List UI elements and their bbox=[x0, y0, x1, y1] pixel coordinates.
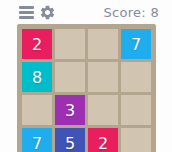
hamburger-menu-icon[interactable] bbox=[19, 6, 34, 19]
tile-7[interactable]: 7 bbox=[22, 128, 52, 152]
board-cell-empty bbox=[55, 29, 85, 59]
hamburger-bar bbox=[19, 11, 34, 14]
board-cell-empty bbox=[55, 62, 85, 92]
gear-icon[interactable] bbox=[39, 4, 56, 21]
hamburger-bar bbox=[19, 16, 34, 19]
tile-5[interactable]: 5 bbox=[55, 128, 85, 152]
board-cell-empty bbox=[121, 128, 151, 152]
board-cell-empty bbox=[88, 62, 118, 92]
tile-3[interactable]: 3 bbox=[55, 95, 85, 125]
tile-8[interactable]: 8 bbox=[22, 62, 52, 92]
board-cell-empty bbox=[121, 95, 151, 125]
tile-2[interactable]: 2 bbox=[22, 29, 52, 59]
tile-2[interactable]: 2 bbox=[88, 128, 118, 152]
board-cell-empty bbox=[121, 62, 151, 92]
hamburger-bar bbox=[19, 6, 34, 9]
board-cell-empty bbox=[88, 29, 118, 59]
board-cell-empty bbox=[88, 95, 118, 125]
board[interactable]: 2783752 bbox=[17, 24, 156, 152]
tile-7[interactable]: 7 bbox=[121, 29, 151, 59]
board-cell-empty bbox=[22, 95, 52, 125]
header-bar: Score: 8 bbox=[0, 0, 172, 24]
game-app: Score: 8 2783752 bbox=[0, 0, 172, 152]
score-label: Score: 8 bbox=[103, 5, 159, 20]
